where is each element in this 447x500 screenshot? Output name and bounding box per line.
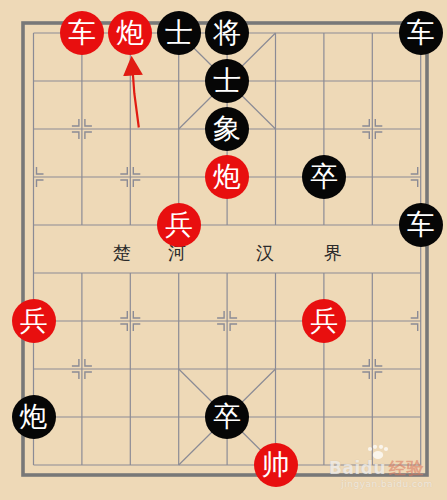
piece-black-卒[interactable]: 卒 (205, 395, 249, 439)
piece-red-炮[interactable]: 炮 (205, 155, 249, 199)
piece-black-炮[interactable]: 炮 (12, 395, 56, 439)
piece-black-车[interactable]: 车 (399, 11, 443, 55)
piece-red-兵[interactable]: 兵 (12, 299, 56, 343)
piece-black-象[interactable]: 象 (205, 107, 249, 151)
piece-black-卒[interactable]: 卒 (302, 155, 346, 199)
piece-black-士[interactable]: 士 (205, 59, 249, 103)
piece-black-士[interactable]: 士 (157, 11, 201, 55)
piece-red-兵[interactable]: 兵 (302, 299, 346, 343)
piece-black-车[interactable]: 车 (399, 203, 443, 247)
xiangqi-screenshot: 楚 河 汉 界 车炮士将车士象炮卒兵车兵兵炮卒帅 Baidu经验 jingyan… (0, 0, 447, 500)
piece-black-将[interactable]: 将 (205, 11, 249, 55)
piece-red-车[interactable]: 车 (60, 11, 104, 55)
piece-red-帅[interactable]: 帅 (254, 443, 298, 487)
piece-red-炮[interactable]: 炮 (108, 11, 152, 55)
piece-red-兵[interactable]: 兵 (157, 203, 201, 247)
pieces-layer: 车炮士将车士象炮卒兵车兵兵炮卒帅 (0, 0, 447, 500)
